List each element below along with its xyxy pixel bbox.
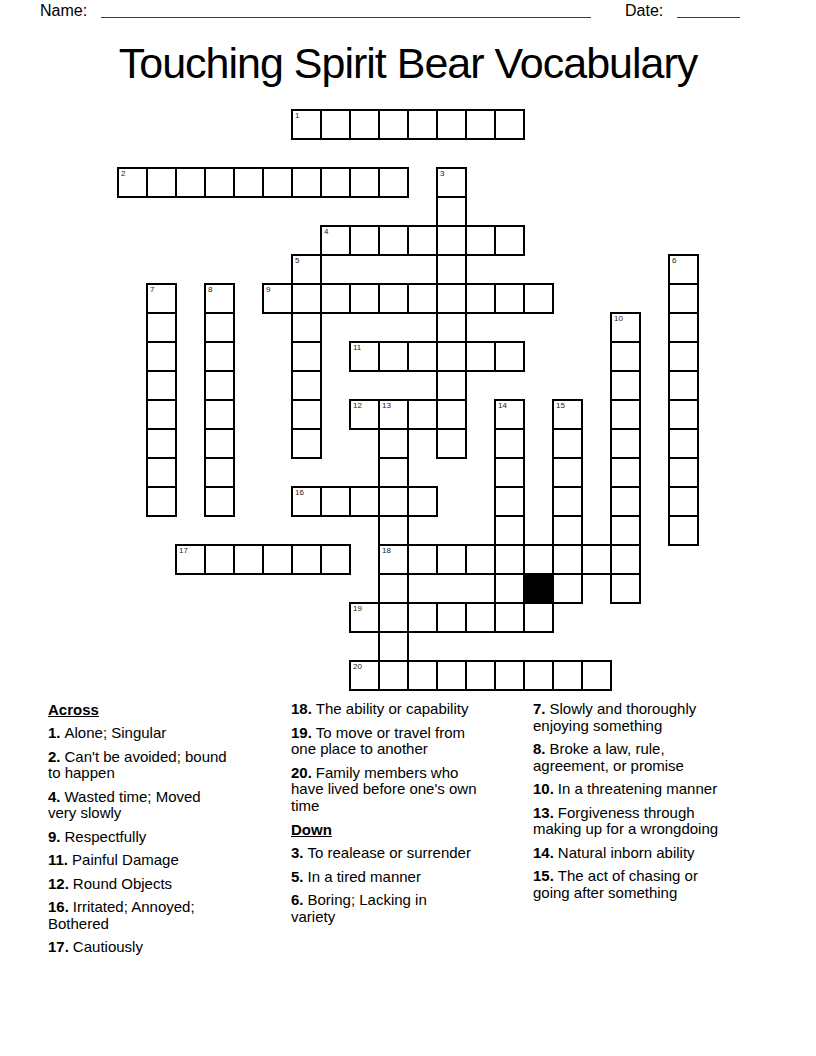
clue-12: 12.Round Objects [48,876,258,893]
grid-cell[interactable] [668,515,699,546]
grid-cell[interactable] [668,312,699,343]
grid-cell[interactable] [320,167,351,198]
clue-number-label: 8. [533,740,546,757]
grid-cell[interactable] [610,341,641,372]
grid-cell[interactable] [494,515,525,546]
grid-cell[interactable]: 2 [117,167,148,198]
across-header: Across [48,701,258,718]
grid-cell[interactable] [204,428,235,459]
grid-cell[interactable] [494,486,525,517]
grid-cell[interactable] [291,312,322,343]
puzzle-title: Touching Spirit Bear Vocabulary [0,39,816,88]
grid-cell[interactable] [407,660,438,691]
grid-cell[interactable] [291,283,322,314]
grid-cell[interactable] [233,544,264,575]
grid-cell[interactable] [204,457,235,488]
clue-4: 4.Wasted time; Moved very slowly [48,789,258,822]
clue-1: 1.Alone; Singular [48,725,258,742]
clue-number: 17 [179,546,188,555]
grid-cell[interactable] [436,254,467,285]
grid-cell[interactable] [146,428,177,459]
clue-number-label: 15. [533,867,554,884]
grid-cell[interactable] [494,109,525,140]
clue-text: Round Objects [73,875,172,892]
clue-number-label: 13. [533,804,554,821]
clue-number: 10 [614,314,623,323]
grid-cell[interactable] [552,457,583,488]
grid-cell[interactable]: 15 [552,399,583,430]
grid-cell[interactable] [378,225,409,256]
clue-17: 17.Cautiously [48,939,258,956]
grid-cell[interactable] [378,457,409,488]
clue-number: 4 [324,227,328,236]
clue-number-label: 16. [48,898,69,915]
clue-10: 10.In a threatening manner [533,781,758,798]
grid-cell[interactable] [668,428,699,459]
clues-column-1: Across1.Alone; Singular2.Can't be avoide… [48,701,258,963]
grid-cell[interactable] [204,167,235,198]
clue-number-label: 6. [291,891,304,908]
grid-cell[interactable] [465,225,496,256]
worksheet-page: Name: Date: Touching Spirit Bear Vocabul… [0,0,816,1056]
grid-cell[interactable]: 10 [610,312,641,343]
grid-cell[interactable]: 14 [494,399,525,430]
clues-column-2: 18.The ability or capability19.To move o… [291,701,521,932]
grid-cell[interactable] [204,370,235,401]
grid-cell[interactable] [407,486,438,517]
clue-number: 14 [498,401,507,410]
grid-cell[interactable] [291,167,322,198]
clue-number: 7 [150,285,154,294]
grid-cell[interactable] [146,457,177,488]
grid-cell[interactable] [291,428,322,459]
grid-cell[interactable] [436,196,467,227]
grid-cell[interactable] [378,167,409,198]
grid-cell[interactable] [668,341,699,372]
grid-cell[interactable] [465,109,496,140]
name-label: Name: [40,2,87,20]
clue-number-label: 4. [48,788,61,805]
clue-number-label: 10. [533,780,554,797]
grid-cell[interactable] [146,167,177,198]
grid-cell[interactable] [320,109,351,140]
black-cell [523,573,554,604]
grid-cell[interactable]: 3 [436,167,467,198]
grid-cell[interactable] [494,660,525,691]
name-blank-line[interactable] [101,17,591,18]
clue-number-label: 20. [291,764,312,781]
grid-cell[interactable] [436,544,467,575]
grid-cell[interactable]: 8 [204,283,235,314]
grid-cell[interactable] [407,341,438,372]
grid-cell[interactable] [465,602,496,633]
clue-text: The act of chasing or going after someth… [533,867,698,901]
grid-cell[interactable]: 11 [349,341,380,372]
grid-cell[interactable] [407,544,438,575]
grid-cell[interactable]: 17 [175,544,206,575]
grid-cell[interactable] [175,167,206,198]
grid-cell[interactable] [668,370,699,401]
clue-number-label: 9. [48,828,61,845]
grid-cell[interactable]: 20 [349,660,380,691]
grid-cell[interactable] [291,399,322,430]
clue-text: In a tired manner [308,868,421,885]
grid-cell[interactable] [146,486,177,517]
grid-cell[interactable]: 7 [146,283,177,314]
grid-cell[interactable]: 4 [320,225,351,256]
clue-18: 18.The ability or capability [291,701,521,718]
grid-cell[interactable] [378,341,409,372]
grid-cell[interactable] [494,225,525,256]
grid-cell[interactable]: 1 [291,109,322,140]
clue-number: 13 [382,401,391,410]
clue-number: 12 [353,401,362,410]
grid-cell[interactable] [204,544,235,575]
grid-cell[interactable] [320,283,351,314]
grid-cell[interactable] [378,515,409,546]
grid-cell[interactable] [436,283,467,314]
grid-cell[interactable] [668,457,699,488]
clue-text: Irritated; Annoyed; Bothered [48,898,195,932]
grid-cell[interactable] [146,399,177,430]
clue-text: The ability or capability [316,700,469,717]
grid-cell[interactable] [204,312,235,343]
grid-cell[interactable] [233,167,264,198]
grid-cell[interactable] [465,341,496,372]
clue-text: Alone; Singular [65,724,167,741]
grid-cell[interactable] [378,283,409,314]
grid-cell[interactable] [436,370,467,401]
clue-number: 1 [295,111,299,120]
clue-number: 3 [440,169,444,178]
clue-text: Cautiously [73,938,143,955]
grid-cell[interactable] [407,283,438,314]
grid-cell[interactable]: 9 [262,283,293,314]
grid-cell[interactable] [465,544,496,575]
grid-cell[interactable] [552,515,583,546]
grid-cell[interactable] [494,341,525,372]
down-header: Down [291,821,521,838]
clue-text: Forgiveness through making up for a wron… [533,804,718,838]
clue-number-label: 18. [291,700,312,717]
grid-cell[interactable] [378,428,409,459]
clue-number: 15 [556,401,565,410]
clue-15: 15.The act of chasing or going after som… [533,868,758,901]
grid-cell[interactable] [378,602,409,633]
grid-cell[interactable] [436,109,467,140]
clue-number: 18 [382,546,391,555]
grid-cell[interactable] [610,399,641,430]
grid-cell[interactable] [146,341,177,372]
clue-7: 7.Slowly and thoroughly enjoying somethi… [533,701,758,734]
grid-cell[interactable] [262,167,293,198]
grid-cell[interactable] [552,573,583,604]
clue-number-label: 2. [48,748,61,765]
grid-cell[interactable] [494,428,525,459]
grid-cell[interactable] [407,225,438,256]
grid-cell[interactable] [204,486,235,517]
grid-cell[interactable] [146,312,177,343]
clue-16: 16.Irritated; Annoyed; Bothered [48,899,258,932]
grid-cell[interactable] [668,399,699,430]
clue-number: 8 [208,285,212,294]
grid-cell[interactable] [610,370,641,401]
grid-cell[interactable] [320,544,351,575]
grid-cell[interactable] [320,486,351,517]
clue-19: 19.To move or travel from one place to a… [291,725,521,758]
clue-14: 14.Natural inborn ability [533,845,758,862]
clue-number: 16 [295,488,304,497]
clue-number: 19 [353,604,362,613]
grid-cell[interactable] [523,283,554,314]
grid-cell[interactable] [523,660,554,691]
clue-number-label: 17. [48,938,69,955]
date-label: Date: [625,2,663,20]
grid-cell[interactable] [378,573,409,604]
clue-number: 6 [672,256,676,265]
crossword-grid: 1234567891011121314151617181920 [117,109,699,691]
clue-13: 13.Forgiveness through making up for a w… [533,805,758,838]
grid-cell[interactable] [378,486,409,517]
grid-cell[interactable] [349,225,380,256]
clue-20: 20.Family members who have lived before … [291,765,521,815]
grid-cell[interactable] [436,225,467,256]
grid-cell[interactable] [204,399,235,430]
clue-5: 5.In a tired manner [291,869,521,886]
grid-cell[interactable] [436,399,467,430]
grid-cell[interactable] [407,399,438,430]
grid-cell[interactable] [407,602,438,633]
clue-number: 20 [353,662,362,671]
clue-number-label: 1. [48,724,61,741]
grid-cell[interactable] [465,660,496,691]
clue-number-label: 7. [533,700,546,717]
grid-cell[interactable]: 19 [349,602,380,633]
grid-cell[interactable] [291,544,322,575]
clue-8: 8.Broke a law, rule, agreement, or promi… [533,741,758,774]
clue-number: 11 [353,343,361,352]
grid-cell[interactable] [494,283,525,314]
grid-cell[interactable] [668,283,699,314]
grid-cell[interactable] [610,428,641,459]
grid-cell[interactable] [552,486,583,517]
grid-cell[interactable] [378,109,409,140]
grid-cell[interactable] [204,341,235,372]
clue-text: Can't be avoided; bound to happen [48,748,227,782]
grid-cell[interactable] [349,109,380,140]
grid-cell[interactable] [581,544,612,575]
clues-column-3: 7.Slowly and thoroughly enjoying somethi… [533,701,758,908]
grid-cell[interactable] [436,341,467,372]
grid-cell[interactable] [465,283,496,314]
clue-number-label: 12. [48,875,69,892]
grid-cell[interactable] [146,370,177,401]
clue-text: Respectfully [65,828,147,845]
clue-text: Natural inborn ability [558,844,695,861]
clue-number-label: 14. [533,844,554,861]
clue-number-label: 3. [291,844,304,861]
grid-cell[interactable] [523,602,554,633]
clue-6: 6.Boring; Lacking in variety [291,892,521,925]
grid-cell[interactable]: 5 [291,254,322,285]
grid-cell[interactable]: 6 [668,254,699,285]
grid-cell[interactable] [552,544,583,575]
grid-cell[interactable] [668,486,699,517]
grid-cell[interactable] [610,486,641,517]
clue-3: 3.To realease or surrender [291,845,521,862]
clue-number: 9 [266,285,270,294]
grid-cell[interactable] [378,660,409,691]
clue-number-label: 11. [48,851,68,868]
grid-cell[interactable] [407,109,438,140]
grid-cell[interactable] [349,486,380,517]
grid-cell[interactable] [523,544,554,575]
grid-cell[interactable] [291,370,322,401]
grid-cell[interactable] [349,167,380,198]
clue-text: To realease or surrender [308,844,471,861]
clue-11: 11.Painful Damage [48,852,258,869]
grid-cell[interactable] [552,428,583,459]
grid-cell[interactable] [610,573,641,604]
grid-cell[interactable] [494,573,525,604]
clue-number-label: 19. [291,724,312,741]
clue-number: 2 [121,169,125,178]
grid-cell[interactable] [378,631,409,662]
clue-text: Wasted time; Moved very slowly [48,788,201,822]
clue-number-label: 5. [291,868,304,885]
clue-text: Painful Damage [72,851,179,868]
grid-cell[interactable]: 13 [378,399,409,430]
grid-cell[interactable]: 12 [349,399,380,430]
clue-text: Slowly and thoroughly enjoying something [533,700,696,734]
grid-cell[interactable] [610,544,641,575]
grid-cell[interactable] [436,312,467,343]
clue-text: Boring; Lacking in variety [291,891,427,925]
clue-2: 2.Can't be avoided; bound to happen [48,749,258,782]
grid-cell[interactable] [494,602,525,633]
grid-cell[interactable] [494,544,525,575]
grid-cell[interactable] [262,544,293,575]
grid-cell[interactable]: 18 [378,544,409,575]
grid-cell[interactable] [291,341,322,372]
clue-text: To move or travel from one place to anot… [291,724,465,758]
grid-cell[interactable] [610,457,641,488]
grid-cell[interactable] [581,660,612,691]
clue-text: Family members who have lived before one… [291,764,477,814]
clue-text: Broke a law, rule, agreement, or promise [533,740,684,774]
grid-cell[interactable]: 16 [291,486,322,517]
grid-cell[interactable] [610,515,641,546]
grid-cell[interactable] [349,283,380,314]
grid-cell[interactable] [436,660,467,691]
clue-text: In a threatening manner [558,780,717,797]
clue-9: 9.Respectfully [48,829,258,846]
clue-number: 5 [295,256,299,265]
grid-cell[interactable] [552,660,583,691]
grid-cell[interactable] [436,602,467,633]
grid-cell[interactable] [436,428,467,459]
date-blank-line[interactable] [677,17,740,18]
grid-cell[interactable] [494,457,525,488]
